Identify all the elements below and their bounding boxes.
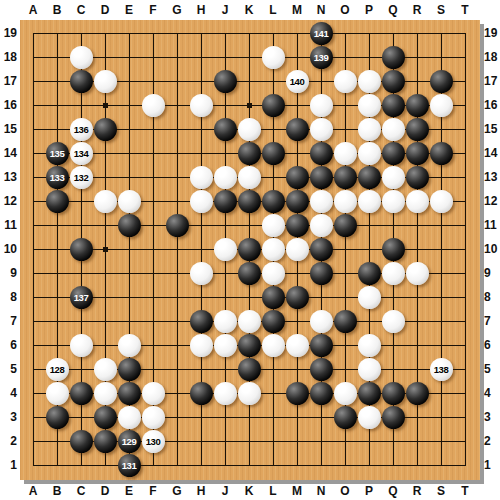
row-label-right: 2: [484, 433, 500, 449]
row-label-left: 13: [2, 169, 17, 185]
stone-white: [238, 382, 261, 405]
stone-white: [286, 238, 309, 261]
stone-white: [94, 190, 117, 213]
column-label-bottom: G: [165, 483, 189, 499]
stone-black: [94, 118, 117, 141]
stone-white: [142, 406, 165, 429]
column-label-bottom: B: [45, 483, 69, 499]
row-label-left: 10: [2, 241, 17, 257]
stone-white: [382, 262, 405, 285]
stone-black: [190, 382, 213, 405]
stone-black: [94, 430, 117, 453]
column-label-bottom: Q: [381, 483, 405, 499]
column-label-bottom: P: [357, 483, 381, 499]
stone-white: [118, 190, 141, 213]
stone-white: [118, 334, 141, 357]
stone-white: [334, 142, 357, 165]
row-label-left: 3: [2, 409, 17, 425]
column-label-top: E: [117, 2, 141, 18]
column-label-bottom: R: [405, 483, 429, 499]
column-label-bottom: H: [189, 483, 213, 499]
row-label-left: 17: [2, 73, 17, 89]
stone-black: [70, 430, 93, 453]
stone-white: [262, 238, 285, 261]
stone-white: [94, 70, 117, 93]
stone-white: [310, 190, 333, 213]
stone-white: [238, 166, 261, 189]
stone-black: [286, 382, 309, 405]
stone-black: [118, 382, 141, 405]
stone-white: [430, 190, 453, 213]
stone-white: [142, 94, 165, 117]
stone-white: [142, 382, 165, 405]
stone-white: [358, 94, 381, 117]
column-label-top: F: [141, 2, 165, 18]
stone-white: [406, 190, 429, 213]
stone-black-move-133: 133: [46, 166, 69, 189]
row-label-right: 16: [484, 97, 500, 113]
row-label-right: 9: [484, 265, 500, 281]
column-label-top: O: [333, 2, 357, 18]
stone-black: [358, 262, 381, 285]
stone-black: [406, 118, 429, 141]
stone-white: [262, 262, 285, 285]
column-label-bottom: K: [237, 483, 261, 499]
row-label-left: 5: [2, 361, 17, 377]
column-label-bottom: F: [141, 483, 165, 499]
column-label-top: J: [213, 2, 237, 18]
stone-black: [406, 382, 429, 405]
stone-black: [334, 310, 357, 333]
stone-black: [382, 382, 405, 405]
stone-black: [358, 382, 381, 405]
row-label-left: 16: [2, 97, 17, 113]
stone-white: [430, 94, 453, 117]
stone-white-move-136: 136: [70, 118, 93, 141]
column-label-top: R: [405, 2, 429, 18]
stone-black: [70, 238, 93, 261]
stone-white: [214, 382, 237, 405]
stone-black: [238, 190, 261, 213]
stone-black: [310, 358, 333, 381]
stone-black: [286, 118, 309, 141]
stone-white-move-138: 138: [430, 358, 453, 381]
stone-black-move-135: 135: [46, 142, 69, 165]
stone-white: [190, 190, 213, 213]
stone-black: [310, 166, 333, 189]
column-label-bottom: N: [309, 483, 333, 499]
row-label-left: 19: [2, 25, 17, 41]
row-label-left: 2: [2, 433, 17, 449]
stone-white: [310, 214, 333, 237]
stone-black: [334, 406, 357, 429]
stone-white-move-134: 134: [70, 142, 93, 165]
row-label-right: 10: [484, 241, 500, 257]
stone-white: [310, 94, 333, 117]
column-label-top: K: [237, 2, 261, 18]
stone-black: [118, 214, 141, 237]
stone-black: [430, 70, 453, 93]
stone-white: [70, 334, 93, 357]
stone-black: [118, 358, 141, 381]
stone-white: [214, 310, 237, 333]
stone-white: [334, 382, 357, 405]
column-label-bottom: J: [213, 483, 237, 499]
column-label-bottom: M: [285, 483, 309, 499]
stone-white: [190, 166, 213, 189]
stone-white: [238, 310, 261, 333]
row-label-left: 18: [2, 49, 17, 65]
column-label-bottom: C: [69, 483, 93, 499]
stone-white: [358, 358, 381, 381]
row-label-right: 4: [484, 385, 500, 401]
stone-black: [382, 70, 405, 93]
stone-white: [46, 382, 69, 405]
row-label-right: 6: [484, 337, 500, 353]
stone-black: [262, 310, 285, 333]
row-label-right: 13: [484, 169, 500, 185]
column-label-bottom: D: [93, 483, 117, 499]
stone-white: [358, 118, 381, 141]
column-label-top: C: [69, 2, 93, 18]
column-label-top: L: [261, 2, 285, 18]
stone-white-move-130: 130: [142, 430, 165, 453]
stone-white: [358, 190, 381, 213]
stone-white: [214, 166, 237, 189]
row-label-right: 14: [484, 145, 500, 161]
stone-white: [310, 118, 333, 141]
column-label-bottom: S: [429, 483, 453, 499]
stone-white-move-128: 128: [46, 358, 69, 381]
column-label-top: B: [45, 2, 69, 18]
stone-black: [334, 166, 357, 189]
row-label-right: 7: [484, 313, 500, 329]
stone-black: [262, 142, 285, 165]
stone-white: [262, 46, 285, 69]
stone-black: [382, 46, 405, 69]
column-label-bottom: E: [117, 483, 141, 499]
stone-black: [214, 118, 237, 141]
stone-white: [190, 262, 213, 285]
column-label-top: P: [357, 2, 381, 18]
row-label-right: 15: [484, 121, 500, 137]
column-label-bottom: O: [333, 483, 357, 499]
stone-black: [406, 166, 429, 189]
stone-black: [310, 142, 333, 165]
stone-white: [190, 94, 213, 117]
stone-black-move-141: 141: [310, 22, 333, 45]
row-label-right: 1: [484, 457, 500, 473]
row-label-left: 12: [2, 193, 17, 209]
stone-white: [334, 190, 357, 213]
row-label-right: 8: [484, 289, 500, 305]
stone-white: [70, 46, 93, 69]
stone-white: [358, 334, 381, 357]
stone-white: [382, 166, 405, 189]
stone-black: [358, 166, 381, 189]
go-board[interactable]: 1411391401361351341331321371281381291301…: [20, 20, 480, 480]
stone-black: [262, 286, 285, 309]
stone-white: [382, 310, 405, 333]
row-label-left: 15: [2, 121, 17, 137]
stone-white-move-140: 140: [286, 70, 309, 93]
stone-black-move-139: 139: [310, 46, 333, 69]
stone-black: [406, 94, 429, 117]
stone-black: [382, 94, 405, 117]
row-label-left: 7: [2, 313, 17, 329]
stone-black: [94, 406, 117, 429]
stone-white: [190, 334, 213, 357]
column-label-top: M: [285, 2, 309, 18]
stone-black: [238, 262, 261, 285]
stone-black: [286, 166, 309, 189]
go-diagram-page: ABCDEFGHJKLMNOPQRST ABCDEFGHJKLMNOPQRST …: [0, 0, 500, 500]
stone-black-move-131: 131: [118, 454, 141, 477]
row-label-left: 9: [2, 265, 17, 281]
star-point: [103, 247, 108, 252]
stone-white-move-132: 132: [70, 166, 93, 189]
row-label-right: 3: [484, 409, 500, 425]
stone-white: [382, 190, 405, 213]
board-grid[interactable]: 1411391401361351341331321371281381291301…: [21, 21, 477, 477]
stone-white: [262, 214, 285, 237]
stone-black: [382, 142, 405, 165]
stone-black: [334, 214, 357, 237]
stone-black-move-137: 137: [70, 286, 93, 309]
column-label-top: D: [93, 2, 117, 18]
stone-black: [166, 214, 189, 237]
stone-black: [286, 190, 309, 213]
column-label-top: Q: [381, 2, 405, 18]
column-label-top: N: [309, 2, 333, 18]
row-label-right: 5: [484, 361, 500, 377]
stone-black: [238, 358, 261, 381]
row-label-right: 19: [484, 25, 500, 41]
stone-black-move-129: 129: [118, 430, 141, 453]
stone-black: [286, 286, 309, 309]
stone-black: [382, 238, 405, 261]
column-label-top: H: [189, 2, 213, 18]
stone-white: [214, 334, 237, 357]
row-label-right: 17: [484, 73, 500, 89]
star-point: [103, 103, 108, 108]
stone-white: [94, 358, 117, 381]
column-label-bottom: T: [453, 483, 477, 499]
row-label-left: 6: [2, 337, 17, 353]
column-label-top: G: [165, 2, 189, 18]
star-point: [247, 103, 252, 108]
stone-black: [238, 334, 261, 357]
stone-black: [214, 70, 237, 93]
stone-white: [94, 382, 117, 405]
row-label-right: 11: [484, 217, 500, 233]
stone-black: [238, 238, 261, 261]
column-label-top: T: [453, 2, 477, 18]
stone-white: [358, 406, 381, 429]
stone-white: [238, 118, 261, 141]
row-label-left: 4: [2, 385, 17, 401]
stone-white: [382, 118, 405, 141]
row-label-left: 14: [2, 145, 17, 161]
stone-black: [382, 406, 405, 429]
stone-white: [334, 70, 357, 93]
stone-black: [214, 190, 237, 213]
row-label-left: 11: [2, 217, 17, 233]
row-label-left: 1: [2, 457, 17, 473]
stone-black: [46, 190, 69, 213]
stone-black: [70, 382, 93, 405]
stone-white: [358, 286, 381, 309]
stone-white: [214, 238, 237, 261]
stone-black: [190, 310, 213, 333]
stone-black: [238, 142, 261, 165]
stone-black: [310, 382, 333, 405]
stone-white: [286, 334, 309, 357]
stone-black: [70, 70, 93, 93]
stone-black: [310, 238, 333, 261]
row-label-right: 12: [484, 193, 500, 209]
stone-black: [310, 334, 333, 357]
stone-black: [262, 190, 285, 213]
stone-black: [46, 406, 69, 429]
stone-black: [286, 214, 309, 237]
column-label-top: S: [429, 2, 453, 18]
stone-black: [406, 142, 429, 165]
stone-white: [406, 262, 429, 285]
stone-white: [118, 406, 141, 429]
stone-white: [358, 142, 381, 165]
stone-black: [430, 142, 453, 165]
stone-white: [310, 310, 333, 333]
stone-white: [358, 70, 381, 93]
row-label-right: 18: [484, 49, 500, 65]
column-label-bottom: A: [21, 483, 45, 499]
stone-black: [310, 262, 333, 285]
column-label-top: A: [21, 2, 45, 18]
column-label-bottom: L: [261, 483, 285, 499]
row-label-left: 8: [2, 289, 17, 305]
stone-black: [262, 94, 285, 117]
stone-white: [262, 334, 285, 357]
